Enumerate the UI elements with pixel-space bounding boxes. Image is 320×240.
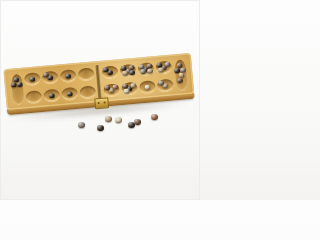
- loose-stone: [105, 116, 112, 122]
- table-surface: [0, 0, 200, 200]
- loose-stone: [78, 122, 85, 128]
- loose-stone: [151, 114, 158, 120]
- loose-stones-area: [0, 0, 200, 200]
- loose-stone: [97, 125, 104, 131]
- loose-stone: [134, 119, 141, 125]
- loose-stone: [115, 117, 122, 123]
